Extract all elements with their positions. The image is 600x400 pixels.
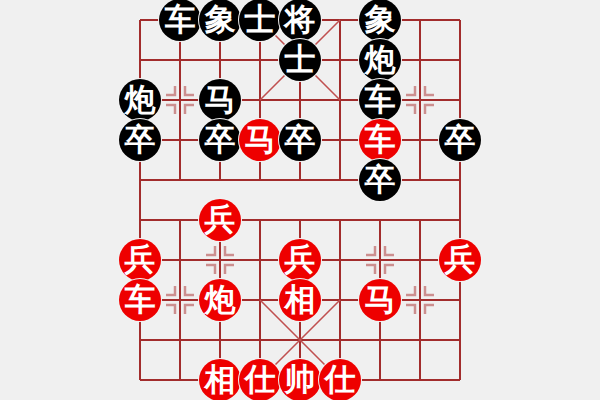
piece-black-general[interactable]: 将 [279,0,321,41]
piece-red-elephant[interactable]: 相 [279,279,321,321]
piece-red-soldier[interactable]: 兵 [279,239,321,281]
piece-black-elephant[interactable]: 象 [199,0,241,41]
piece-red-soldier[interactable]: 兵 [199,199,241,241]
piece-black-soldier[interactable]: 卒 [279,119,321,161]
piece-red-general[interactable]: 帅 [279,359,321,400]
piece-red-elephant[interactable]: 相 [199,359,241,400]
piece-black-elephant[interactable]: 象 [359,0,401,41]
piece-red-horse[interactable]: 马 [239,119,281,161]
piece-red-advisor[interactable]: 仕 [239,359,281,400]
piece-black-chariot[interactable]: 车 [359,79,401,121]
piece-black-soldier[interactable]: 卒 [439,119,481,161]
piece-black-cannon[interactable]: 炮 [359,39,401,81]
piece-black-advisor[interactable]: 士 [239,0,281,41]
piece-red-chariot[interactable]: 车 [119,279,161,321]
pieces-layer: 车象士将象士炮炮马车卒卒马卒车卒卒兵兵兵兵车炮相马相仕帅仕 [0,0,600,400]
piece-black-cannon[interactable]: 炮 [119,79,161,121]
xiangqi-app: 车象士将象士炮炮马车卒卒马卒车卒卒兵兵兵兵车炮相马相仕帅仕 [0,0,600,400]
piece-red-advisor[interactable]: 仕 [319,359,361,400]
piece-red-horse[interactable]: 马 [359,279,401,321]
piece-red-cannon[interactable]: 炮 [199,279,241,321]
piece-black-soldier[interactable]: 卒 [119,119,161,161]
piece-black-soldier[interactable]: 卒 [199,119,241,161]
xiangqi-board[interactable]: 车象士将象士炮炮马车卒卒马卒车卒卒兵兵兵兵车炮相马相仕帅仕 [0,0,600,400]
piece-red-chariot[interactable]: 车 [359,119,401,161]
piece-red-soldier[interactable]: 兵 [119,239,161,281]
piece-black-advisor[interactable]: 士 [279,39,321,81]
piece-black-chariot[interactable]: 车 [159,0,201,41]
piece-black-soldier[interactable]: 卒 [359,159,401,201]
piece-black-horse[interactable]: 马 [199,79,241,121]
piece-red-soldier[interactable]: 兵 [439,239,481,281]
